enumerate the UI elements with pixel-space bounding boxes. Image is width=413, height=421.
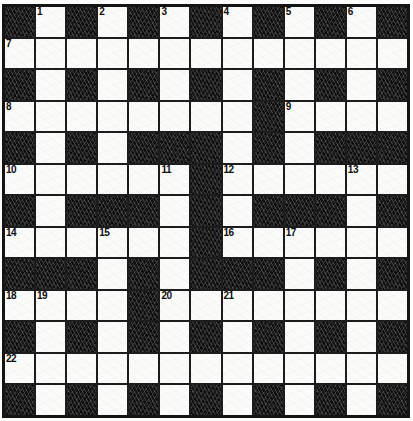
clue-number-1: 1 bbox=[37, 7, 42, 17]
cell-r5c5[interactable]: 11 bbox=[160, 165, 189, 195]
cell-r0c1[interactable]: 1 bbox=[36, 7, 65, 37]
cell-r10c5[interactable] bbox=[160, 322, 189, 352]
cell-r1c5[interactable] bbox=[160, 39, 189, 69]
cell-r12c9[interactable] bbox=[285, 385, 314, 415]
clue-number-8: 8 bbox=[6, 102, 11, 112]
block-r8c6 bbox=[191, 259, 220, 289]
cell-r11c8[interactable] bbox=[254, 354, 283, 384]
cell-r7c7[interactable]: 16 bbox=[223, 228, 252, 258]
block-r12c4 bbox=[129, 385, 158, 415]
cell-r8c3[interactable] bbox=[98, 259, 127, 289]
cell-r12c1[interactable] bbox=[36, 385, 65, 415]
cell-r9c12[interactable] bbox=[378, 291, 407, 321]
cell-r10c9[interactable] bbox=[285, 322, 314, 352]
cell-r1c12[interactable] bbox=[378, 39, 407, 69]
block-r12c2 bbox=[67, 385, 96, 415]
block-r8c4 bbox=[129, 259, 158, 289]
block-r4c10 bbox=[316, 133, 345, 163]
block-r5c6 bbox=[191, 165, 220, 195]
cell-r7c12[interactable] bbox=[378, 228, 407, 258]
cell-r9c6[interactable] bbox=[191, 291, 220, 321]
cell-r1c9[interactable] bbox=[285, 39, 314, 69]
block-r6c2 bbox=[67, 196, 96, 226]
cell-r1c8[interactable] bbox=[254, 39, 283, 69]
block-r12c0 bbox=[5, 385, 34, 415]
cell-r3c11[interactable] bbox=[347, 102, 376, 132]
clue-number-4: 4 bbox=[224, 7, 229, 17]
block-r3c8 bbox=[254, 102, 283, 132]
cell-r1c7[interactable] bbox=[223, 39, 252, 69]
block-r0c10 bbox=[316, 7, 345, 37]
crossword-page: 12345678910111213141516171819202122 bbox=[0, 0, 413, 421]
clue-number-13: 13 bbox=[348, 165, 358, 175]
cell-r2c11[interactable] bbox=[347, 70, 376, 100]
cell-r10c3[interactable] bbox=[98, 322, 127, 352]
cell-r7c1[interactable] bbox=[36, 228, 65, 258]
cell-r11c4[interactable] bbox=[129, 354, 158, 384]
cell-r11c7[interactable] bbox=[223, 354, 252, 384]
block-r4c0 bbox=[5, 133, 34, 163]
clue-number-20: 20 bbox=[161, 291, 171, 301]
cell-r2c3[interactable] bbox=[98, 70, 127, 100]
cell-r3c2[interactable] bbox=[67, 102, 96, 132]
cell-r1c4[interactable] bbox=[129, 39, 158, 69]
block-r8c10 bbox=[316, 259, 345, 289]
cell-r9c8[interactable] bbox=[254, 291, 283, 321]
block-r2c6 bbox=[191, 70, 220, 100]
cell-r8c5[interactable] bbox=[160, 259, 189, 289]
cell-r5c11[interactable]: 13 bbox=[347, 165, 376, 195]
clue-number-6: 6 bbox=[348, 7, 353, 17]
cell-r3c12[interactable] bbox=[378, 102, 407, 132]
block-r8c7 bbox=[223, 259, 252, 289]
cell-r11c3[interactable] bbox=[98, 354, 127, 384]
block-r6c6 bbox=[191, 196, 220, 226]
cell-r12c5[interactable] bbox=[160, 385, 189, 415]
clue-number-16: 16 bbox=[224, 228, 234, 238]
cell-r9c0[interactable]: 18 bbox=[5, 291, 34, 321]
block-r10c4 bbox=[129, 322, 158, 352]
cell-r5c12[interactable] bbox=[378, 165, 407, 195]
block-r6c12 bbox=[378, 196, 407, 226]
clue-number-11: 11 bbox=[161, 165, 171, 175]
block-r10c6 bbox=[191, 322, 220, 352]
block-r12c8 bbox=[254, 385, 283, 415]
cell-r7c4[interactable] bbox=[129, 228, 158, 258]
block-r8c2 bbox=[67, 259, 96, 289]
block-r0c2 bbox=[67, 7, 96, 37]
cell-r10c7[interactable] bbox=[223, 322, 252, 352]
cell-r2c9[interactable] bbox=[285, 70, 314, 100]
block-r12c10 bbox=[316, 385, 345, 415]
block-r0c4 bbox=[129, 7, 158, 37]
block-r2c12 bbox=[378, 70, 407, 100]
clue-number-3: 3 bbox=[161, 7, 166, 17]
cell-r7c9[interactable]: 17 bbox=[285, 228, 314, 258]
cell-r1c3[interactable] bbox=[98, 39, 127, 69]
cell-r4c3[interactable] bbox=[98, 133, 127, 163]
cell-r3c6[interactable] bbox=[191, 102, 220, 132]
block-r9c4 bbox=[129, 291, 158, 321]
cell-r11c12[interactable] bbox=[378, 354, 407, 384]
block-r8c1 bbox=[36, 259, 65, 289]
block-r8c8 bbox=[254, 259, 283, 289]
block-r6c4 bbox=[129, 196, 158, 226]
block-r4c8 bbox=[254, 133, 283, 163]
cell-r9c1[interactable]: 19 bbox=[36, 291, 65, 321]
cell-r5c3[interactable] bbox=[98, 165, 127, 195]
crossword-grid: 12345678910111213141516171819202122 bbox=[2, 4, 410, 418]
block-r2c0 bbox=[5, 70, 34, 100]
block-r4c6 bbox=[191, 133, 220, 163]
cell-r5c7[interactable]: 12 bbox=[223, 165, 252, 195]
cell-r10c1[interactable] bbox=[36, 322, 65, 352]
cell-r7c0[interactable]: 14 bbox=[5, 228, 34, 258]
cell-r12c11[interactable] bbox=[347, 385, 376, 415]
cell-r11c5[interactable] bbox=[160, 354, 189, 384]
cell-r10c11[interactable] bbox=[347, 322, 376, 352]
clue-number-2: 2 bbox=[99, 7, 104, 17]
cell-r12c3[interactable] bbox=[98, 385, 127, 415]
clue-number-22: 22 bbox=[6, 354, 16, 364]
cell-r6c5[interactable] bbox=[160, 196, 189, 226]
cell-r7c5[interactable] bbox=[160, 228, 189, 258]
clue-number-5: 5 bbox=[286, 7, 291, 17]
cell-r5c1[interactable] bbox=[36, 165, 65, 195]
block-r4c2 bbox=[67, 133, 96, 163]
cell-r3c10[interactable] bbox=[316, 102, 345, 132]
cell-r7c11[interactable] bbox=[347, 228, 376, 258]
clue-number-12: 12 bbox=[224, 165, 234, 175]
block-r8c12 bbox=[378, 259, 407, 289]
cell-r5c9[interactable] bbox=[285, 165, 314, 195]
cell-r9c3[interactable] bbox=[98, 291, 127, 321]
cell-r6c11[interactable] bbox=[347, 196, 376, 226]
cell-r6c7[interactable] bbox=[223, 196, 252, 226]
cell-r9c5[interactable]: 20 bbox=[160, 291, 189, 321]
block-r10c8 bbox=[254, 322, 283, 352]
block-r2c10 bbox=[316, 70, 345, 100]
cell-r11c1[interactable] bbox=[36, 354, 65, 384]
cell-r7c2[interactable] bbox=[67, 228, 96, 258]
clue-number-9: 9 bbox=[286, 102, 291, 112]
cell-r3c1[interactable] bbox=[36, 102, 65, 132]
cell-r1c11[interactable] bbox=[347, 39, 376, 69]
cell-r7c3[interactable]: 15 bbox=[98, 228, 127, 258]
cell-r5c10[interactable] bbox=[316, 165, 345, 195]
block-r2c8 bbox=[254, 70, 283, 100]
block-r6c0 bbox=[5, 196, 34, 226]
clue-number-21: 21 bbox=[224, 291, 234, 301]
block-r10c0 bbox=[5, 322, 34, 352]
clue-number-18: 18 bbox=[6, 291, 16, 301]
cell-r1c2[interactable] bbox=[67, 39, 96, 69]
cell-r2c5[interactable] bbox=[160, 70, 189, 100]
cell-r7c10[interactable] bbox=[316, 228, 345, 258]
cell-r12c7[interactable] bbox=[223, 385, 252, 415]
cell-r4c1[interactable] bbox=[36, 133, 65, 163]
cell-r5c4[interactable] bbox=[129, 165, 158, 195]
clue-number-14: 14 bbox=[6, 228, 16, 238]
cell-r0c7[interactable]: 4 bbox=[223, 7, 252, 37]
cell-r3c4[interactable] bbox=[129, 102, 158, 132]
block-r10c2 bbox=[67, 322, 96, 352]
cell-r0c5[interactable]: 3 bbox=[160, 7, 189, 37]
cell-r2c7[interactable] bbox=[223, 70, 252, 100]
cell-r5c2[interactable] bbox=[67, 165, 96, 195]
cell-r3c5[interactable] bbox=[160, 102, 189, 132]
cell-r1c6[interactable] bbox=[191, 39, 220, 69]
block-r4c12 bbox=[378, 133, 407, 163]
block-r12c6 bbox=[191, 385, 220, 415]
block-r12c12 bbox=[378, 385, 407, 415]
cell-r1c10[interactable] bbox=[316, 39, 345, 69]
block-r2c2 bbox=[67, 70, 96, 100]
cell-r9c2[interactable] bbox=[67, 291, 96, 321]
cell-r11c6[interactable] bbox=[191, 354, 220, 384]
block-r8c0 bbox=[5, 259, 34, 289]
cell-r6c1[interactable] bbox=[36, 196, 65, 226]
clue-number-19: 19 bbox=[37, 291, 47, 301]
block-r4c11 bbox=[347, 133, 376, 163]
cell-r11c11[interactable] bbox=[347, 354, 376, 384]
clue-number-10: 10 bbox=[6, 165, 16, 175]
clue-number-17: 17 bbox=[286, 228, 296, 238]
cell-r11c9[interactable] bbox=[285, 354, 314, 384]
clue-number-15: 15 bbox=[99, 228, 109, 238]
cell-r7c8[interactable] bbox=[254, 228, 283, 258]
clue-number-7: 7 bbox=[6, 39, 11, 49]
cell-r3c0[interactable]: 8 bbox=[5, 102, 34, 132]
cell-r4c7[interactable] bbox=[223, 133, 252, 163]
block-r0c0 bbox=[5, 7, 34, 37]
cell-r3c3[interactable] bbox=[98, 102, 127, 132]
cell-r0c9[interactable]: 5 bbox=[285, 7, 314, 37]
block-r10c12 bbox=[378, 322, 407, 352]
block-r0c8 bbox=[254, 7, 283, 37]
cell-r8c9[interactable] bbox=[285, 259, 314, 289]
cell-r9c11[interactable] bbox=[347, 291, 376, 321]
block-r4c5 bbox=[160, 133, 189, 163]
cell-r1c1[interactable] bbox=[36, 39, 65, 69]
block-r2c4 bbox=[129, 70, 158, 100]
cell-r3c9[interactable]: 9 bbox=[285, 102, 314, 132]
cell-r2c1[interactable] bbox=[36, 70, 65, 100]
cell-r11c0[interactable]: 22 bbox=[5, 354, 34, 384]
block-r0c6 bbox=[191, 7, 220, 37]
cell-r9c10[interactable] bbox=[316, 291, 345, 321]
cell-r11c2[interactable] bbox=[67, 354, 96, 384]
cell-r9c9[interactable] bbox=[285, 291, 314, 321]
block-r6c3 bbox=[98, 196, 127, 226]
cell-r5c8[interactable] bbox=[254, 165, 283, 195]
cell-r8c11[interactable] bbox=[347, 259, 376, 289]
block-r6c10 bbox=[316, 196, 345, 226]
block-r6c8 bbox=[254, 196, 283, 226]
cell-r5c0[interactable]: 10 bbox=[5, 165, 34, 195]
block-r10c10 bbox=[316, 322, 345, 352]
cell-r0c11[interactable]: 6 bbox=[347, 7, 376, 37]
cell-r3c7[interactable] bbox=[223, 102, 252, 132]
block-r4c4 bbox=[129, 133, 158, 163]
cell-r1c0[interactable]: 7 bbox=[5, 39, 34, 69]
block-r7c6 bbox=[191, 228, 220, 258]
block-r6c9 bbox=[285, 196, 314, 226]
cell-r11c10[interactable] bbox=[316, 354, 345, 384]
cell-r9c7[interactable]: 21 bbox=[223, 291, 252, 321]
cell-r4c9[interactable] bbox=[285, 133, 314, 163]
block-r0c12 bbox=[378, 7, 407, 37]
cell-r0c3[interactable]: 2 bbox=[98, 7, 127, 37]
